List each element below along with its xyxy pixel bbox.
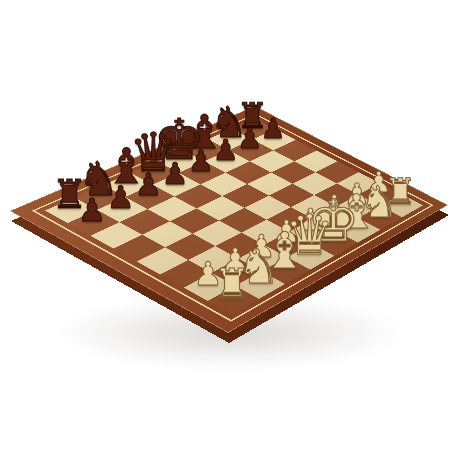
piece-black-pawn-g7[interactable]: ♟ — [237, 125, 262, 153]
photo-canvas: ♜♞♟♝♟♟♚♟♛♟♝♟♟♞♜♟♟♜♞♟♟♝♟♚♟♛♟♝♟♞♟♜ — [0, 0, 450, 450]
piece-black-pawn-c7[interactable]: ♟ — [135, 170, 162, 201]
piece-black-pawn-e7[interactable]: ♟ — [188, 147, 214, 176]
piece-black-pawn-b7[interactable]: ♟ — [107, 182, 135, 213]
piece-black-pawn-h7[interactable]: ♟ — [260, 115, 285, 143]
piece-black-pawn-d7[interactable]: ♟ — [162, 158, 189, 188]
piece-white-rook-a1[interactable]: ♜ — [213, 264, 250, 305]
piece-black-pawn-a7[interactable]: ♟ — [78, 195, 106, 227]
piece-black-pawn-f7[interactable]: ♟ — [213, 136, 239, 165]
